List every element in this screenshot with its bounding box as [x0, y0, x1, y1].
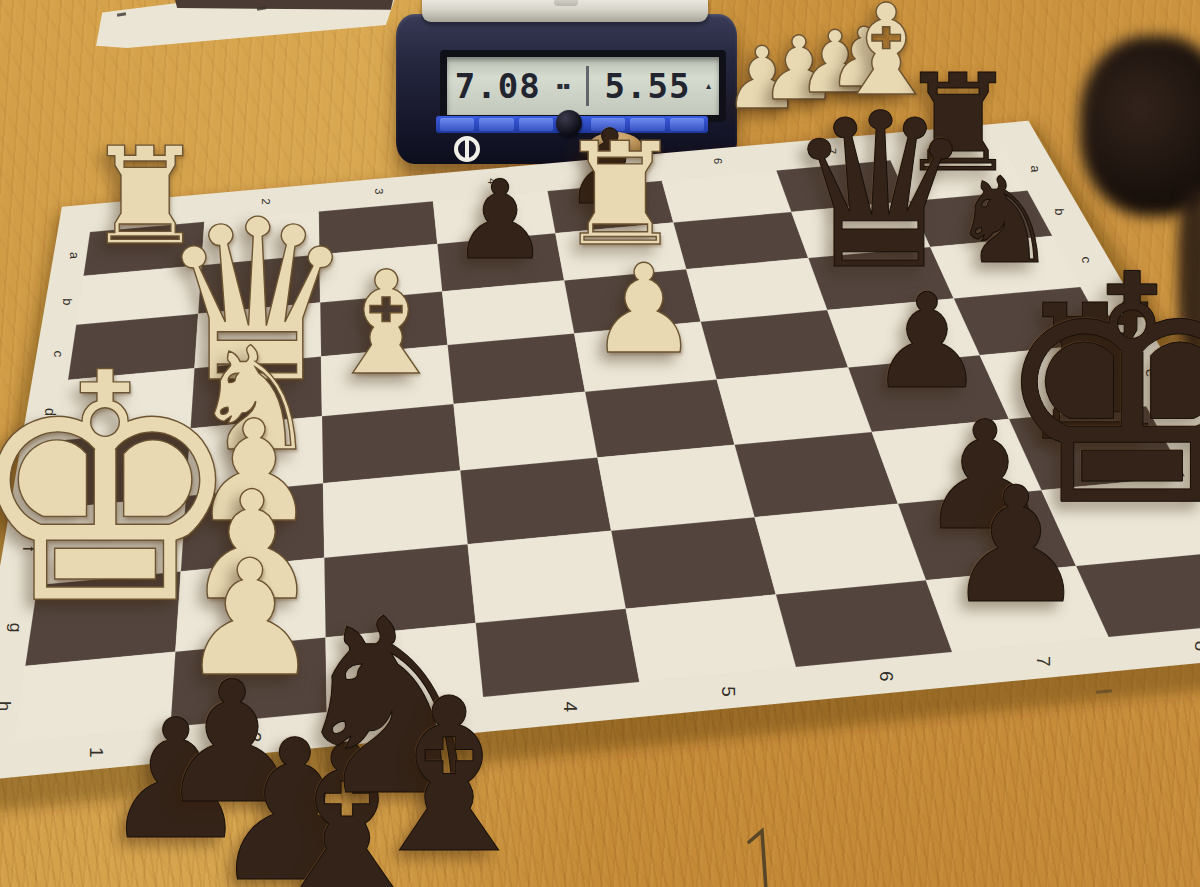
rank-label-bottom-4: 4: [560, 702, 581, 713]
file-label-left-h: h: [0, 701, 15, 711]
square-d4: [448, 333, 585, 404]
piece-bP-h7: ♟: [944, 466, 1087, 626]
captured-black-B: ♝: [354, 671, 544, 883]
piece-wP-d5: ♟: [589, 248, 699, 371]
square-f5: [598, 445, 755, 531]
square-g6: [755, 504, 926, 595]
square-f3: [323, 470, 468, 557]
square-e4: [454, 392, 598, 471]
square-g5: [611, 517, 776, 609]
square-f6: [735, 432, 898, 517]
piece-wB-d3: ♝: [322, 252, 450, 395]
rank-label-bottom-6: 6: [876, 671, 897, 682]
square-e5: [585, 380, 735, 458]
piece-bP-e7: ♟: [868, 276, 985, 407]
handwritten-table-mark: [735, 802, 805, 887]
square-h5: [626, 595, 796, 683]
square-f4: [460, 458, 611, 545]
rank-label-bottom-7: 7: [1033, 656, 1054, 667]
rank-label-top-3: 3: [373, 188, 385, 194]
piece-bP-b4: ♟: [451, 166, 549, 275]
rank-label-top-6: 6: [712, 158, 724, 164]
rank-label-bottom-5: 5: [718, 686, 739, 697]
square-e6: [717, 367, 872, 444]
rank-label-bottom-8: 8: [1191, 641, 1200, 652]
file-label-left-b: b: [60, 298, 75, 305]
square-h6: [776, 580, 952, 667]
file-label-left-a: a: [67, 252, 81, 259]
